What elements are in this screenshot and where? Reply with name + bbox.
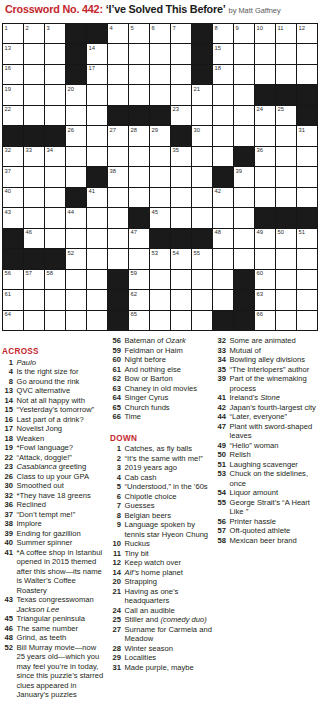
clue-text: Alf’s home planet [125, 568, 214, 578]
cell-number: 28 [131, 127, 137, 134]
clue-number: 29 [110, 653, 121, 663]
black-cell [297, 106, 317, 125]
grid-cell[interactable] [213, 106, 233, 125]
grid-cell[interactable] [171, 85, 191, 104]
grid-cell[interactable] [129, 188, 149, 207]
grid-cell[interactable]: 46 [24, 229, 44, 248]
clue-number: 30 [2, 481, 13, 491]
cell-number: 5 [131, 25, 134, 32]
clue-number: 40 [2, 538, 13, 548]
cell-number: 2 [26, 25, 29, 32]
grid-cell[interactable]: 14 [87, 44, 107, 63]
clue-across-1: 1 Paulo [2, 358, 106, 368]
grid-cell[interactable]: 19 [3, 85, 23, 104]
grid-cell[interactable] [171, 208, 191, 227]
grid-cell[interactable] [255, 188, 275, 207]
cell-number: 29 [152, 127, 158, 134]
grid-cell[interactable] [297, 188, 317, 207]
grid-cell[interactable]: 16 [3, 65, 23, 84]
clue-number: 20 [110, 577, 121, 587]
black-cell [45, 249, 65, 268]
grid-cell[interactable]: 3 [45, 24, 65, 43]
clue-text: Chuck on the sidelines, once [230, 469, 320, 488]
clue-text: Catches, as fly balls [125, 444, 214, 454]
grid-cell[interactable] [108, 85, 128, 104]
cell-number: 37 [5, 168, 11, 175]
cell-number: 20 [68, 86, 74, 93]
clue-text: Feldman or Haim [125, 346, 214, 356]
clue-number: 63 [110, 384, 121, 394]
grid-cell[interactable] [24, 106, 44, 125]
cell-number: 14 [89, 45, 95, 52]
grid-cell[interactable]: 15 [213, 44, 233, 63]
grid-cell[interactable]: 42 [213, 188, 233, 207]
clue-down-1: 1Catches, as fly balls [110, 444, 213, 454]
grid-cell[interactable] [129, 65, 149, 84]
grid-cell[interactable]: 24 [255, 106, 275, 125]
grid-cell[interactable] [24, 290, 44, 309]
grid-cell[interactable] [276, 270, 296, 289]
grid-cell[interactable]: 48 [213, 229, 233, 248]
grid-cell[interactable] [171, 44, 191, 63]
grid-cell[interactable]: 30 [192, 126, 212, 145]
grid-cell[interactable]: 17 [87, 65, 107, 84]
black-cell [66, 65, 86, 84]
clue-across-4: 4Is the right size for [2, 367, 106, 377]
grid-cell[interactable] [255, 44, 275, 63]
grid-cell[interactable] [213, 270, 233, 289]
grid-cell[interactable]: 36 [255, 147, 275, 166]
clue-number: 62 [110, 374, 121, 384]
clue-across-38: 38Implore [2, 519, 106, 529]
black-cell [234, 270, 254, 289]
grid-cell[interactable] [24, 208, 44, 227]
grid-cell[interactable] [66, 270, 86, 289]
grid-cell[interactable] [255, 167, 275, 186]
black-cell [234, 147, 254, 166]
grid-cell[interactable] [297, 270, 317, 289]
grid-cell[interactable]: 64 [3, 311, 23, 330]
grid-cell[interactable]: 44 [66, 208, 86, 227]
grid-cell[interactable] [66, 147, 86, 166]
grid-cell[interactable] [45, 44, 65, 63]
grid-cell[interactable] [234, 106, 254, 125]
grid-cell[interactable] [192, 167, 212, 186]
clue-text: Having as one’s headquarters [125, 587, 214, 606]
grid-cell[interactable] [66, 229, 86, 248]
grid-cell[interactable]: 60 [255, 270, 275, 289]
black-cell [171, 126, 191, 145]
grid-cell[interactable] [192, 188, 212, 207]
grid-cell[interactable] [276, 249, 296, 268]
grid-cell[interactable] [45, 167, 65, 186]
grid-cell[interactable]: 50 [276, 229, 296, 248]
grid-cell[interactable]: 8 [213, 24, 233, 43]
puzzle-title: Crossword No. 442:‘I’ve Solved This Befo… [5, 3, 281, 15]
grid-cell[interactable]: 53 [150, 249, 170, 268]
grid-cell[interactable] [24, 188, 44, 207]
clue-down-54: 54Liquor amount [215, 488, 320, 498]
clue-number: 8 [110, 511, 121, 521]
grid-cell[interactable] [129, 85, 149, 104]
grid-cell[interactable]: 43 [3, 208, 23, 227]
grid-cell[interactable] [24, 311, 44, 330]
grid-cell[interactable]: 45 [150, 208, 170, 227]
grid-cell[interactable] [276, 188, 296, 207]
grid-cell[interactable] [129, 147, 149, 166]
grid-cell[interactable] [276, 290, 296, 309]
grid-cell[interactable] [87, 290, 107, 309]
grid-cell[interactable]: 12 [297, 24, 317, 43]
clue-text: Call an audible [125, 606, 214, 616]
grid-cell[interactable] [171, 188, 191, 207]
grid-cell[interactable]: 47 [129, 229, 149, 248]
grid-cell[interactable]: 11 [276, 24, 296, 43]
grid-cell[interactable] [87, 85, 107, 104]
grid-cell[interactable] [87, 311, 107, 330]
grid-cell[interactable] [213, 147, 233, 166]
grid-cell[interactable]: 31 [297, 126, 317, 145]
grid-cell[interactable]: 51 [297, 229, 317, 248]
clue-number: 17 [2, 424, 13, 434]
clue-across-60: 60Night before [110, 355, 213, 365]
grid-cell[interactable]: 65 [129, 311, 149, 330]
black-cell [192, 44, 212, 63]
grid-cell[interactable] [150, 167, 170, 186]
grid-cell[interactable] [129, 167, 149, 186]
clue-down-3: 32019 years ago [110, 463, 213, 473]
grid-cell[interactable] [87, 208, 107, 227]
grid-cell[interactable] [24, 85, 44, 104]
grid-cell[interactable] [45, 106, 65, 125]
grid-cell[interactable] [87, 126, 107, 145]
grid-cell[interactable]: 22 [3, 106, 23, 125]
grid-cell[interactable]: 27 [108, 126, 128, 145]
grid-cell[interactable] [150, 44, 170, 63]
grid-cell[interactable] [171, 270, 191, 289]
clue-text: Tiny bit [125, 549, 214, 559]
grid-cell[interactable] [171, 290, 191, 309]
cell-number: 21 [194, 86, 200, 93]
grid-cell[interactable]: 2 [24, 24, 44, 43]
grid-cell[interactable]: 39 [234, 167, 254, 186]
cell-number: 49 [257, 229, 263, 236]
clue-text: Class to up your GPA [17, 472, 107, 482]
grid-cell[interactable] [234, 85, 254, 104]
grid-cell[interactable] [171, 311, 191, 330]
grid-cell[interactable]: 54 [171, 249, 191, 268]
clue-number: 24 [110, 606, 121, 616]
grid-cell[interactable]: 18 [213, 65, 233, 84]
grid-cell[interactable]: 28 [129, 126, 149, 145]
clue-number: 39 [2, 529, 13, 539]
clue-across-15: 15“Yesterday’s tomorrow” [2, 405, 106, 415]
grid-cell[interactable] [297, 249, 317, 268]
clue-text: Mexican beer brand [230, 536, 320, 546]
grid-cell[interactable] [87, 270, 107, 289]
grid-cell[interactable] [108, 65, 128, 84]
grid-cell[interactable]: 34 [45, 147, 65, 166]
clue-text: “Understood,” in the ’60s [125, 482, 214, 492]
clue-column-2: 56Bateman of Ozark59Feldman or Haim60Nig… [110, 336, 213, 672]
cell-number: 35 [173, 147, 179, 154]
grid-cell[interactable] [108, 208, 128, 227]
grid-cell[interactable] [255, 249, 275, 268]
clue-text: Bateman of Ozark [125, 336, 214, 346]
grid-cell[interactable]: 61 [3, 290, 23, 309]
grid-cell[interactable] [192, 311, 212, 330]
clue-number: 28 [110, 644, 121, 654]
clue-text: Japan’s fourth-largest city [230, 403, 320, 413]
clue-across-8: 8Go around the rink [2, 377, 106, 387]
clue-number: 3 [110, 463, 121, 473]
black-cell [150, 229, 170, 248]
grid-cell[interactable]: 21 [192, 85, 212, 104]
cell-number: 62 [131, 291, 137, 298]
cell-number: 57 [26, 270, 32, 277]
grid-cell[interactable] [234, 65, 254, 84]
grid-cell[interactable] [234, 188, 254, 207]
grid-cell[interactable] [276, 65, 296, 84]
clue-number: 43 [2, 595, 13, 614]
grid-cell[interactable]: 26 [66, 126, 86, 145]
grid-cell[interactable] [297, 44, 317, 63]
grid-cell[interactable] [276, 126, 296, 145]
clue-text: Guesses [125, 501, 214, 511]
grid-cell[interactable]: 57 [24, 270, 44, 289]
grid-cell[interactable] [213, 126, 233, 145]
clue-down-9: 9Language spoken by tennis star Hyeon Ch… [110, 520, 213, 539]
clue-across-43: 43Texas congresswoman Jackson Lee [2, 595, 106, 614]
clue-text: Is the right size for [17, 367, 107, 377]
grid-cell[interactable] [129, 249, 149, 268]
clue-text: Time [125, 412, 214, 422]
grid-cell[interactable] [45, 290, 65, 309]
grid-cell[interactable]: 25 [276, 106, 296, 125]
clue-text: *A coffee shop in Istanbul opened in 201… [17, 548, 107, 596]
clue-text: “Attack, doggie!” [17, 453, 107, 463]
grid-cell[interactable] [45, 229, 65, 248]
grid-cell[interactable]: 5 [129, 24, 149, 43]
grid-cell[interactable] [171, 65, 191, 84]
grid-cell[interactable]: 20 [66, 85, 86, 104]
grid-cell[interactable] [66, 167, 86, 186]
grid-cell[interactable]: 10 [255, 24, 275, 43]
cell-number: 51 [299, 229, 305, 236]
grid-cell[interactable] [66, 290, 86, 309]
grid-cell[interactable]: 58 [45, 270, 65, 289]
grid-cell[interactable] [297, 311, 317, 330]
grid-cell[interactable] [150, 270, 170, 289]
grid-cell[interactable] [213, 85, 233, 104]
grid-cell[interactable]: 52 [66, 249, 86, 268]
grid-cell[interactable] [108, 147, 128, 166]
clue-text: “The Interlopers” author [230, 365, 320, 375]
clue-text: Belgian beers [125, 511, 214, 521]
grid-cell[interactable] [234, 126, 254, 145]
grid-cell[interactable] [171, 167, 191, 186]
clue-text: Summer spinner [17, 538, 107, 548]
grid-cell[interactable]: 23 [171, 106, 191, 125]
black-cell [297, 85, 317, 104]
clue-down-51: 51Laughing scavenger [215, 460, 320, 470]
black-cell [108, 290, 128, 309]
grid-cell[interactable] [213, 208, 233, 227]
grid-cell[interactable]: 49 [255, 229, 275, 248]
black-cell [108, 106, 128, 125]
grid-cell[interactable] [45, 85, 65, 104]
grid-cell[interactable] [87, 106, 107, 125]
cell-number: 7 [173, 25, 176, 32]
clue-text: Church funds [125, 403, 214, 413]
grid-cell[interactable] [297, 147, 317, 166]
grid-cell[interactable] [150, 188, 170, 207]
grid-cell[interactable]: 13 [3, 44, 23, 63]
grid-cell[interactable] [276, 147, 296, 166]
grid-cell[interactable]: 29 [150, 126, 170, 145]
grid-cell[interactable]: 4 [108, 24, 128, 43]
grid-cell[interactable] [150, 85, 170, 104]
grid-cell[interactable]: 63 [255, 290, 275, 309]
grid-cell[interactable] [255, 65, 275, 84]
grid-cell[interactable] [192, 208, 212, 227]
clue-across-61: 61And nothing else [110, 365, 213, 375]
grid-cell[interactable] [234, 208, 254, 227]
clue-number: 46 [2, 624, 13, 634]
grid-cell[interactable] [66, 311, 86, 330]
grid-cell[interactable] [66, 106, 86, 125]
grid-cell[interactable] [297, 167, 317, 186]
grid-cell[interactable] [108, 188, 128, 207]
clue-down-27: 27Surname for Carmela and Meadow [110, 625, 213, 644]
grid-cell[interactable] [234, 249, 254, 268]
clue-down-8: 8Belgian beers [110, 511, 213, 521]
clue-down-24: 24Call an audible [110, 606, 213, 616]
grid-cell[interactable] [108, 44, 128, 63]
grid-cell[interactable] [87, 147, 107, 166]
black-cell [192, 24, 212, 43]
clue-number: 25 [110, 615, 121, 625]
grid-cell[interactable] [150, 65, 170, 84]
grid-cell[interactable]: 62 [129, 290, 149, 309]
clue-text: The same number [17, 624, 107, 634]
grid-cell[interactable] [45, 188, 65, 207]
grid-cell[interactable] [234, 229, 254, 248]
clue-number: 9 [110, 520, 121, 539]
grid-cell[interactable] [192, 290, 212, 309]
clue-number: 61 [110, 365, 121, 375]
cell-number: 38 [110, 168, 116, 175]
clue-number: 35 [215, 365, 226, 375]
clue-column-1: ACROSS1 Paulo4Is the right size for8Go a… [2, 347, 106, 700]
black-cell [24, 126, 44, 145]
clue-number: 13 [2, 386, 13, 396]
clue-number: 19 [2, 443, 13, 453]
grid-cell[interactable]: 38 [108, 167, 128, 186]
grid-cell[interactable]: 1 [3, 24, 23, 43]
grid-cell[interactable] [297, 290, 317, 309]
clue-number: 41 [2, 548, 13, 596]
clue-across-46: 46The same number [2, 624, 106, 634]
grid-cell[interactable]: 41 [87, 188, 107, 207]
cell-number: 30 [194, 127, 200, 134]
cell-number: 41 [89, 188, 95, 195]
clue-text: Not at all happy with [17, 396, 107, 406]
grid-cell[interactable]: 33 [24, 147, 44, 166]
clue-text: Plant with sword-shaped leaves [230, 422, 320, 441]
grid-cell[interactable]: 37 [3, 167, 23, 186]
grid-cell[interactable] [45, 208, 65, 227]
clue-text: Reclined [17, 500, 107, 510]
grid-cell[interactable] [213, 249, 233, 268]
grid-cell[interactable]: 59 [129, 270, 149, 289]
grid-cell[interactable] [87, 249, 107, 268]
puzzle-number: Crossword No. 442: [5, 3, 103, 15]
black-cell [129, 208, 149, 227]
grid-cell[interactable] [24, 65, 44, 84]
cell-number: 40 [5, 188, 11, 195]
grid-cell[interactable] [213, 290, 233, 309]
grid-cell[interactable] [24, 167, 44, 186]
grid-cell[interactable] [129, 44, 149, 63]
clue-text: Printer hassle [230, 517, 320, 527]
grid-cell[interactable] [276, 44, 296, 63]
cell-number: 58 [47, 270, 53, 277]
grid-cell[interactable]: 7 [171, 24, 191, 43]
grid-cell[interactable]: 66 [255, 311, 275, 330]
grid-cell[interactable] [192, 270, 212, 289]
clue-number: 37 [2, 510, 13, 520]
grid-cell[interactable] [150, 147, 170, 166]
clue-across-23: 23Casablanca greeting [2, 462, 106, 472]
grid-cell[interactable] [276, 167, 296, 186]
cell-number: 53 [152, 250, 158, 257]
grid-cell[interactable]: 56 [3, 270, 23, 289]
black-cell [255, 85, 275, 104]
grid-cell[interactable] [87, 229, 107, 248]
grid-cell[interactable]: 40 [3, 188, 23, 207]
grid-cell[interactable] [192, 106, 212, 125]
grid-cell[interactable] [45, 311, 65, 330]
grid-cell[interactable]: 9 [234, 24, 254, 43]
cell-number: 64 [5, 311, 11, 318]
clue-text: “Yesterday’s tomorrow” [17, 405, 107, 415]
grid-cell[interactable] [150, 290, 170, 309]
grid-cell[interactable]: 32 [3, 147, 23, 166]
grid-cell[interactable] [45, 65, 65, 84]
grid-cell[interactable]: 55 [192, 249, 212, 268]
grid-cell[interactable] [276, 311, 296, 330]
cell-number: 3 [47, 25, 50, 32]
grid-cell[interactable] [192, 147, 212, 166]
grid-cell[interactable] [150, 311, 170, 330]
clue-across-32: 32*They have 18 greens [2, 491, 106, 501]
grid-cell[interactable] [24, 44, 44, 63]
cell-number: 24 [257, 106, 263, 113]
grid-cell[interactable] [297, 65, 317, 84]
grid-cell[interactable]: 6 [150, 24, 170, 43]
grid-cell[interactable] [255, 126, 275, 145]
grid-cell[interactable] [234, 44, 254, 63]
clue-number: 31 [110, 663, 121, 673]
grid-cell[interactable] [108, 229, 128, 248]
grid-cell[interactable] [108, 249, 128, 268]
clue-number: 50 [215, 450, 226, 460]
clue-number: 15 [2, 405, 13, 415]
clue-across-48: 48Grind, as teeth [2, 633, 106, 643]
grid-cell[interactable]: 35 [171, 147, 191, 166]
clue-down-42: 42Japan’s fourth-largest city [215, 403, 320, 413]
